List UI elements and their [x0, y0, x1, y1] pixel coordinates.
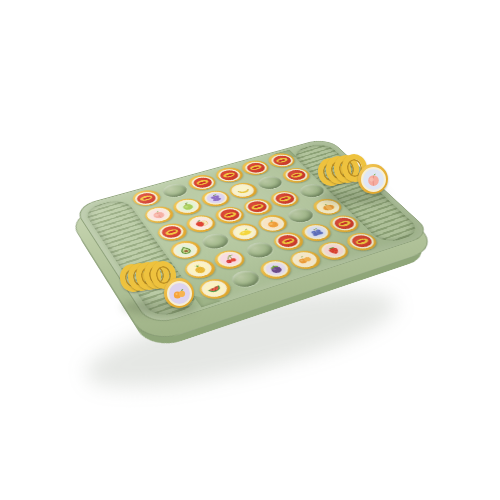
cell-r4c3[interactable]: [223, 219, 267, 245]
lemon-icon: [233, 225, 256, 239]
ring-stack-left[interactable]: [120, 252, 200, 314]
tile-facedown[interactable]: [342, 230, 382, 253]
tile-lemon[interactable]: [225, 221, 263, 244]
tile-face: [157, 223, 188, 242]
brand-logo-text: [253, 205, 261, 209]
mangosteen-icon: [263, 262, 287, 277]
tile-face: [328, 215, 360, 233]
apple-icon: [190, 217, 213, 231]
tile-facedown[interactable]: [269, 230, 308, 253]
tile-face: [345, 232, 378, 251]
brand-logo: [222, 172, 236, 179]
tile-face: [167, 281, 192, 306]
tile-face: [257, 214, 288, 232]
watermelon-icon: [202, 281, 227, 297]
banana-icon: [232, 184, 254, 196]
brand-logo-text: [284, 239, 293, 243]
brand-logo: [281, 237, 297, 245]
tile-blueberries[interactable]: [297, 221, 336, 244]
blueberries-icon: [305, 225, 329, 239]
brand-logo-text: [252, 166, 260, 169]
tile-face: [317, 241, 350, 261]
cell-r6c3[interactable]: [253, 255, 299, 284]
orange-icon: [261, 217, 284, 231]
brand-logo: [249, 164, 263, 171]
tile-cherries[interactable]: [210, 247, 249, 271]
brand-logo: [289, 172, 303, 179]
brand-logo-text: [281, 197, 289, 200]
cell-r4c2[interactable]: [194, 228, 238, 255]
tile-face: [186, 214, 217, 232]
brand-logo: [250, 203, 265, 210]
cherries-icon: [218, 252, 242, 267]
tile-face: [214, 206, 245, 224]
brand-logo-text: [340, 222, 348, 226]
cell-r6c6[interactable]: [339, 228, 385, 255]
cell-r5c4[interactable]: [266, 228, 311, 255]
tile-mangosteen[interactable]: [256, 257, 296, 282]
brand-logo: [354, 237, 370, 245]
tile-peach[interactable]: [358, 164, 388, 194]
tile-facedown[interactable]: [153, 221, 190, 244]
brand-logo: [278, 195, 293, 202]
tile-strawberry[interactable]: [314, 239, 354, 263]
tile-face: [361, 167, 386, 192]
product-photo: [0, 0, 500, 500]
tile-watermelon[interactable]: [195, 276, 236, 302]
cell-r5c3[interactable]: [237, 237, 282, 265]
brand-logo: [164, 228, 179, 236]
grapes-icon: [205, 192, 227, 205]
tile-apricots[interactable]: [285, 248, 325, 272]
empty-socket: [228, 268, 263, 290]
cell-r6c5[interactable]: [311, 237, 357, 265]
cell-r6c4[interactable]: [282, 246, 328, 274]
brand-logo-text: [142, 196, 150, 199]
empty-socket: [199, 231, 232, 251]
tile-oranges[interactable]: [164, 278, 194, 308]
tile-face: [289, 250, 322, 270]
tile-face: [301, 223, 333, 242]
brand-logo: [222, 211, 237, 219]
tile-face: [272, 232, 304, 251]
brand-logo-text: [278, 159, 286, 162]
peach-icon: [365, 171, 382, 188]
brand-logo: [337, 220, 352, 228]
tile-face: [259, 259, 292, 280]
brand-logo-text: [198, 181, 206, 184]
tile-face: [214, 249, 246, 269]
brand-logo-text: [357, 239, 366, 243]
brand-logo-text: [225, 173, 233, 176]
oranges-icon: [171, 285, 188, 302]
brand-logo: [195, 179, 209, 186]
green-apple-icon: [177, 200, 199, 213]
brand-logo: [139, 195, 154, 202]
empty-socket: [243, 240, 277, 260]
apricots-icon: [293, 252, 317, 267]
tile-face: [144, 206, 174, 224]
cell-r5c5[interactable]: [295, 219, 339, 245]
brand-logo-text: [225, 213, 233, 217]
tile-face: [229, 223, 260, 242]
brand-logo-text: [168, 230, 177, 234]
peach-icon: [148, 208, 170, 221]
strawberry-icon: [322, 243, 346, 258]
ring-stack-right[interactable]: [318, 146, 392, 204]
brand-logo-text: [292, 174, 300, 177]
cell-r3c1[interactable]: [151, 219, 194, 245]
cell-r6c2[interactable]: [223, 264, 269, 294]
brand-logo: [275, 157, 289, 164]
cell-r5c2[interactable]: [208, 246, 253, 274]
tile-face: [198, 278, 231, 300]
